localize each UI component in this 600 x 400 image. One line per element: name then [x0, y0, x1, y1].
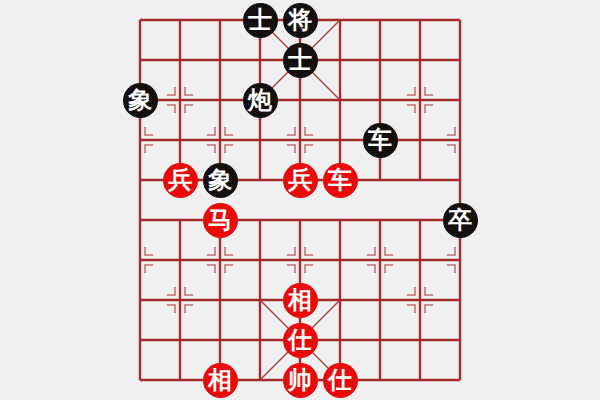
piece-red-advisor-2[interactable]: 仕 — [323, 363, 358, 398]
piece-black-chariot[interactable]: 车 — [363, 123, 398, 158]
piece-red-soldier-2[interactable]: 兵 — [283, 163, 318, 198]
piece-red-soldier-1[interactable]: 兵 — [163, 163, 198, 198]
piece-black-cannon[interactable]: 炮 — [243, 83, 278, 118]
piece-black-elephant-1[interactable]: 象 — [123, 83, 158, 118]
piece-black-elephant-2[interactable]: 象 — [203, 163, 238, 198]
piece-black-soldier[interactable]: 卒 — [443, 203, 478, 238]
piece-red-general[interactable]: 帅 — [283, 363, 318, 398]
piece-red-chariot[interactable]: 车 — [323, 163, 358, 198]
piece-red-advisor-1[interactable]: 仕 — [283, 323, 318, 358]
piece-black-advisor-1[interactable]: 士 — [243, 3, 278, 38]
piece-red-elephant-2[interactable]: 相 — [203, 363, 238, 398]
piece-black-advisor-2[interactable]: 士 — [283, 43, 318, 78]
piece-black-general[interactable]: 将 — [283, 3, 318, 38]
piece-red-elephant-1[interactable]: 相 — [283, 283, 318, 318]
piece-red-horse[interactable]: 马 — [203, 203, 238, 238]
pieces-layer: 士将士象炮车兵象兵车马卒相仕相帅仕 — [120, 0, 480, 400]
xiangqi-app: 士将士象炮车兵象兵车马卒相仕相帅仕 — [0, 0, 600, 400]
